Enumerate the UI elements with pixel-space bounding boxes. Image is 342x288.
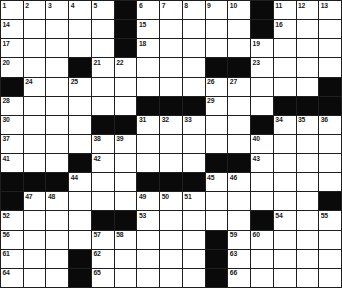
black-square xyxy=(115,116,137,134)
grid-cell[interactable]: 43 xyxy=(251,154,273,172)
grid-cell[interactable] xyxy=(24,116,46,134)
clue-number: 65 xyxy=(93,269,100,276)
grid-cell[interactable] xyxy=(319,20,341,38)
grid-cell[interactable]: 45 xyxy=(206,173,228,191)
grid-cell[interactable] xyxy=(274,192,296,210)
black-square xyxy=(92,116,114,134)
grid-cell[interactable] xyxy=(160,250,182,268)
clue-number: 57 xyxy=(93,231,100,238)
grid-cell[interactable]: 44 xyxy=(69,173,91,191)
grid-cell[interactable] xyxy=(24,39,46,57)
grid-cell[interactable]: 59 xyxy=(228,231,250,249)
grid-cell[interactable] xyxy=(251,269,273,287)
clue-number: 6 xyxy=(139,2,143,9)
clue-number: 51 xyxy=(184,193,191,200)
black-square xyxy=(206,231,228,249)
clue-number: 54 xyxy=(275,212,282,219)
black-square xyxy=(228,58,250,76)
clue-number: 50 xyxy=(162,193,169,200)
grid-cell[interactable] xyxy=(160,20,182,38)
grid-cell[interactable] xyxy=(24,20,46,38)
clue-number: 15 xyxy=(139,21,146,28)
grid-cell[interactable] xyxy=(69,97,91,115)
black-square xyxy=(206,154,228,172)
clue-number: 56 xyxy=(3,231,10,238)
grid-cell[interactable] xyxy=(297,231,319,249)
black-square xyxy=(160,173,182,191)
grid-cell[interactable] xyxy=(137,135,159,153)
grid-cell[interactable]: 33 xyxy=(183,116,205,134)
grid-cell[interactable] xyxy=(297,20,319,38)
grid-cell[interactable]: 61 xyxy=(1,250,23,268)
grid-cell[interactable]: 51 xyxy=(183,192,205,210)
clue-number: 63 xyxy=(230,250,237,257)
grid-cell[interactable] xyxy=(274,173,296,191)
grid-cell[interactable] xyxy=(24,231,46,249)
clue-number: 41 xyxy=(3,155,10,162)
grid-cell[interactable]: 39 xyxy=(115,135,137,153)
grid-cell[interactable]: 52 xyxy=(1,211,23,229)
grid-cell[interactable] xyxy=(274,39,296,57)
grid-cell[interactable]: 25 xyxy=(69,78,91,96)
black-square xyxy=(137,173,159,191)
black-square xyxy=(46,173,68,191)
grid-cell[interactable] xyxy=(46,39,68,57)
grid-cell[interactable] xyxy=(319,154,341,172)
black-square xyxy=(1,192,23,210)
grid-cell[interactable]: 55 xyxy=(319,211,341,229)
grid-cell[interactable] xyxy=(297,211,319,229)
grid-cell[interactable] xyxy=(115,78,137,96)
grid-cell[interactable]: 26 xyxy=(206,78,228,96)
clue-number: 16 xyxy=(275,21,282,28)
grid-cell[interactable] xyxy=(206,192,228,210)
grid-cell[interactable] xyxy=(69,20,91,38)
grid-cell[interactable]: 19 xyxy=(251,39,273,57)
grid-cell[interactable] xyxy=(274,231,296,249)
grid-cell[interactable] xyxy=(274,154,296,172)
grid-cell[interactable]: 34 xyxy=(274,116,296,134)
grid-cell[interactable] xyxy=(183,135,205,153)
clue-number: 18 xyxy=(139,40,146,47)
grid-cell[interactable] xyxy=(160,211,182,229)
grid-cell[interactable]: 21 xyxy=(92,58,114,76)
grid-cell[interactable] xyxy=(92,39,114,57)
grid-cell[interactable] xyxy=(24,154,46,172)
grid-cell[interactable] xyxy=(251,97,273,115)
grid-cell[interactable] xyxy=(92,97,114,115)
crossword-board: 1234567891011121314151617181920212223242… xyxy=(0,0,342,288)
grid-cell[interactable] xyxy=(206,20,228,38)
grid-cell[interactable] xyxy=(251,250,273,268)
grid-cell[interactable]: 16 xyxy=(274,20,296,38)
black-square xyxy=(69,269,91,287)
grid-cell[interactable]: 64 xyxy=(1,269,23,287)
grid-cell[interactable]: 2 xyxy=(24,1,46,19)
grid-cell[interactable]: 28 xyxy=(1,97,23,115)
grid-cell[interactable]: 10 xyxy=(228,1,250,19)
black-square xyxy=(115,1,137,19)
grid-cell[interactable] xyxy=(24,211,46,229)
grid-cell[interactable] xyxy=(137,58,159,76)
grid-cell[interactable] xyxy=(206,211,228,229)
grid-cell[interactable] xyxy=(115,173,137,191)
grid-cell[interactable] xyxy=(46,97,68,115)
clue-number: 39 xyxy=(116,135,123,142)
grid-cell[interactable] xyxy=(319,173,341,191)
clue-number: 34 xyxy=(275,116,282,123)
grid-cell[interactable] xyxy=(228,116,250,134)
grid-cell[interactable] xyxy=(297,173,319,191)
black-square xyxy=(297,97,319,115)
grid-cell[interactable] xyxy=(274,135,296,153)
clue-number: 36 xyxy=(321,116,328,123)
grid-cell[interactable] xyxy=(115,192,137,210)
grid-cell[interactable]: 6 xyxy=(137,1,159,19)
grid-cell[interactable] xyxy=(183,154,205,172)
grid-cell[interactable] xyxy=(160,231,182,249)
clue-number: 49 xyxy=(139,193,146,200)
clue-number: 52 xyxy=(3,212,10,219)
clue-number: 1 xyxy=(3,2,7,9)
grid-cell[interactable]: 30 xyxy=(1,116,23,134)
clue-number: 37 xyxy=(3,135,10,142)
clue-number: 32 xyxy=(162,116,169,123)
grid-cell[interactable] xyxy=(319,58,341,76)
black-square xyxy=(274,97,296,115)
grid-cell[interactable]: 36 xyxy=(319,116,341,134)
clue-number: 4 xyxy=(71,2,75,9)
clue-number: 26 xyxy=(207,78,214,85)
clue-number: 25 xyxy=(71,78,78,85)
grid-cell[interactable] xyxy=(228,39,250,57)
grid-cell[interactable] xyxy=(115,269,137,287)
clue-number: 59 xyxy=(230,231,237,238)
grid-cell[interactable]: 42 xyxy=(92,154,114,172)
black-square xyxy=(251,211,273,229)
clue-number: 30 xyxy=(3,116,10,123)
clue-number: 47 xyxy=(25,193,32,200)
grid-cell[interactable] xyxy=(92,78,114,96)
grid-cell[interactable] xyxy=(183,20,205,38)
clue-number: 2 xyxy=(25,2,29,9)
grid-cell[interactable]: 24 xyxy=(24,78,46,96)
clue-number: 64 xyxy=(3,269,10,276)
clue-number: 58 xyxy=(116,231,123,238)
clue-number: 31 xyxy=(139,116,146,123)
grid-cell[interactable] xyxy=(183,39,205,57)
black-square xyxy=(228,154,250,172)
grid-cell[interactable]: 66 xyxy=(228,269,250,287)
grid-cell[interactable]: 32 xyxy=(160,116,182,134)
grid-cell[interactable]: 54 xyxy=(274,211,296,229)
black-square xyxy=(137,97,159,115)
grid-cell[interactable]: 14 xyxy=(1,20,23,38)
black-square xyxy=(319,97,341,115)
grid-cell[interactable]: 18 xyxy=(137,39,159,57)
black-square xyxy=(115,39,137,57)
grid-cell[interactable] xyxy=(46,250,68,268)
clue-number: 27 xyxy=(230,78,237,85)
clue-number: 22 xyxy=(116,59,123,66)
grid-cell[interactable]: 17 xyxy=(1,39,23,57)
grid-cell[interactable] xyxy=(297,39,319,57)
black-square xyxy=(251,20,273,38)
clue-number: 33 xyxy=(184,116,191,123)
grid-cell[interactable]: 41 xyxy=(1,154,23,172)
black-square xyxy=(24,173,46,191)
grid-cell[interactable]: 9 xyxy=(206,1,228,19)
grid-cell[interactable] xyxy=(160,58,182,76)
grid-cell[interactable] xyxy=(160,78,182,96)
grid-cell[interactable] xyxy=(319,269,341,287)
clue-number: 43 xyxy=(253,155,260,162)
clue-number: 5 xyxy=(93,2,97,9)
clue-number: 42 xyxy=(93,155,100,162)
grid-cell[interactable] xyxy=(228,135,250,153)
grid-cell[interactable]: 1 xyxy=(1,1,23,19)
grid-cell[interactable] xyxy=(115,154,137,172)
grid-cell[interactable]: 11 xyxy=(274,1,296,19)
black-square xyxy=(69,58,91,76)
grid-cell[interactable]: 38 xyxy=(92,135,114,153)
grid-cell[interactable] xyxy=(319,231,341,249)
grid-cell[interactable] xyxy=(160,39,182,57)
clue-number: 60 xyxy=(253,231,260,238)
black-square xyxy=(69,250,91,268)
black-square xyxy=(115,20,137,38)
grid-cell[interactable] xyxy=(319,135,341,153)
grid-cell[interactable] xyxy=(319,39,341,57)
grid-cell[interactable] xyxy=(24,58,46,76)
grid-cell[interactable] xyxy=(297,135,319,153)
black-square xyxy=(206,269,228,287)
grid-cell[interactable]: 47 xyxy=(24,192,46,210)
grid-cell[interactable]: 49 xyxy=(137,192,159,210)
grid-cell[interactable] xyxy=(46,231,68,249)
grid-cell[interactable] xyxy=(137,231,159,249)
grid-cell[interactable] xyxy=(297,250,319,268)
clue-number: 29 xyxy=(207,97,214,104)
clue-number: 11 xyxy=(275,2,282,9)
grid-cell[interactable]: 3 xyxy=(46,1,68,19)
clue-number: 55 xyxy=(321,212,328,219)
crossword-grid: 1234567891011121314151617181920212223242… xyxy=(0,0,342,288)
grid-cell[interactable] xyxy=(274,78,296,96)
grid-cell[interactable] xyxy=(137,269,159,287)
grid-cell[interactable]: 5 xyxy=(92,1,114,19)
grid-cell[interactable] xyxy=(183,58,205,76)
grid-cell[interactable] xyxy=(137,78,159,96)
grid-cell[interactable]: 4 xyxy=(69,1,91,19)
grid-cell[interactable] xyxy=(69,192,91,210)
black-square xyxy=(251,1,273,19)
grid-cell[interactable] xyxy=(297,154,319,172)
black-square xyxy=(319,78,341,96)
grid-cell[interactable] xyxy=(274,269,296,287)
grid-cell[interactable]: 29 xyxy=(206,97,228,115)
grid-cell[interactable] xyxy=(69,231,91,249)
grid-cell[interactable]: 7 xyxy=(160,1,182,19)
clue-number: 66 xyxy=(230,269,237,276)
clue-number: 62 xyxy=(93,250,100,257)
grid-cell[interactable] xyxy=(160,135,182,153)
grid-cell[interactable] xyxy=(228,192,250,210)
black-square xyxy=(115,211,137,229)
grid-cell[interactable]: 46 xyxy=(228,173,250,191)
grid-cell[interactable] xyxy=(24,269,46,287)
clue-number: 40 xyxy=(253,135,260,142)
grid-cell[interactable] xyxy=(183,211,205,229)
grid-cell[interactable] xyxy=(69,211,91,229)
grid-cell[interactable]: 15 xyxy=(137,20,159,38)
grid-cell[interactable] xyxy=(46,269,68,287)
clue-number: 24 xyxy=(25,78,32,85)
grid-cell[interactable] xyxy=(274,250,296,268)
clue-number: 8 xyxy=(184,2,188,9)
grid-cell[interactable] xyxy=(92,192,114,210)
grid-cell[interactable] xyxy=(46,211,68,229)
grid-cell[interactable]: 13 xyxy=(319,1,341,19)
black-square xyxy=(183,173,205,191)
grid-cell[interactable] xyxy=(69,135,91,153)
clue-number: 28 xyxy=(3,97,10,104)
black-square xyxy=(160,97,182,115)
grid-cell[interactable] xyxy=(69,39,91,57)
grid-cell[interactable]: 57 xyxy=(92,231,114,249)
grid-cell[interactable] xyxy=(206,116,228,134)
grid-cell[interactable] xyxy=(297,78,319,96)
grid-cell[interactable]: 53 xyxy=(137,211,159,229)
clue-number: 21 xyxy=(93,59,100,66)
grid-cell[interactable] xyxy=(228,97,250,115)
grid-cell[interactable]: 48 xyxy=(46,192,68,210)
grid-cell[interactable]: 40 xyxy=(251,135,273,153)
clue-number: 46 xyxy=(230,174,237,181)
grid-cell[interactable]: 23 xyxy=(251,58,273,76)
grid-cell[interactable] xyxy=(206,135,228,153)
grid-cell[interactable] xyxy=(115,250,137,268)
grid-cell[interactable] xyxy=(251,192,273,210)
black-square xyxy=(92,211,114,229)
grid-cell[interactable]: 35 xyxy=(297,116,319,134)
grid-cell[interactable]: 20 xyxy=(1,58,23,76)
clue-number: 23 xyxy=(253,59,260,66)
clue-number: 10 xyxy=(230,2,237,9)
grid-cell[interactable] xyxy=(297,269,319,287)
grid-cell[interactable] xyxy=(24,135,46,153)
grid-cell[interactable] xyxy=(115,97,137,115)
grid-cell[interactable] xyxy=(24,97,46,115)
grid-cell[interactable]: 58 xyxy=(115,231,137,249)
grid-cell[interactable] xyxy=(183,231,205,249)
grid-cell[interactable]: 50 xyxy=(160,192,182,210)
grid-cell[interactable] xyxy=(319,250,341,268)
grid-cell[interactable] xyxy=(228,20,250,38)
grid-cell[interactable]: 27 xyxy=(228,78,250,96)
black-square xyxy=(206,250,228,268)
clue-number: 13 xyxy=(321,2,328,9)
grid-cell[interactable] xyxy=(46,135,68,153)
clue-number: 44 xyxy=(71,174,78,181)
clue-number: 45 xyxy=(207,174,214,181)
grid-cell[interactable]: 63 xyxy=(228,250,250,268)
clue-number: 17 xyxy=(3,40,10,47)
grid-cell[interactable] xyxy=(46,78,68,96)
grid-cell[interactable]: 60 xyxy=(251,231,273,249)
grid-cell[interactable]: 12 xyxy=(297,1,319,19)
grid-cell[interactable] xyxy=(228,211,250,229)
clue-number: 7 xyxy=(162,2,166,9)
grid-cell[interactable] xyxy=(297,192,319,210)
clue-number: 14 xyxy=(3,21,10,28)
clue-number: 48 xyxy=(48,193,55,200)
grid-cell[interactable]: 56 xyxy=(1,231,23,249)
grid-cell[interactable] xyxy=(137,154,159,172)
grid-cell[interactable] xyxy=(274,58,296,76)
grid-cell[interactable] xyxy=(251,173,273,191)
grid-cell[interactable]: 8 xyxy=(183,1,205,19)
grid-cell[interactable] xyxy=(160,154,182,172)
clue-number: 53 xyxy=(139,212,146,219)
grid-cell[interactable] xyxy=(183,269,205,287)
clue-number: 12 xyxy=(298,2,305,9)
grid-cell[interactable] xyxy=(297,58,319,76)
grid-cell[interactable]: 22 xyxy=(115,58,137,76)
clue-number: 20 xyxy=(3,59,10,66)
clue-number: 19 xyxy=(253,40,260,47)
grid-cell[interactable] xyxy=(206,39,228,57)
grid-cell[interactable] xyxy=(46,116,68,134)
grid-cell[interactable] xyxy=(160,269,182,287)
black-square xyxy=(251,116,273,134)
grid-cell[interactable]: 65 xyxy=(92,269,114,287)
grid-cell[interactable] xyxy=(46,58,68,76)
grid-cell[interactable] xyxy=(92,173,114,191)
black-square xyxy=(206,58,228,76)
grid-cell[interactable] xyxy=(251,78,273,96)
clue-number: 61 xyxy=(3,250,10,257)
grid-cell[interactable] xyxy=(183,250,205,268)
grid-cell[interactable] xyxy=(46,154,68,172)
grid-cell[interactable] xyxy=(183,78,205,96)
black-square xyxy=(1,173,23,191)
clue-number: 38 xyxy=(93,135,100,142)
grid-cell[interactable]: 62 xyxy=(92,250,114,268)
black-square xyxy=(319,192,341,210)
clue-number: 35 xyxy=(298,116,305,123)
grid-cell[interactable] xyxy=(69,116,91,134)
clue-number: 3 xyxy=(48,2,52,9)
black-square xyxy=(183,97,205,115)
grid-cell[interactable] xyxy=(46,20,68,38)
grid-cell[interactable]: 37 xyxy=(1,135,23,153)
grid-cell[interactable] xyxy=(137,250,159,268)
black-square xyxy=(1,78,23,96)
grid-cell[interactable] xyxy=(24,250,46,268)
clue-number: 9 xyxy=(207,2,211,9)
black-square xyxy=(69,154,91,172)
grid-cell[interactable]: 31 xyxy=(137,116,159,134)
grid-cell[interactable] xyxy=(92,20,114,38)
